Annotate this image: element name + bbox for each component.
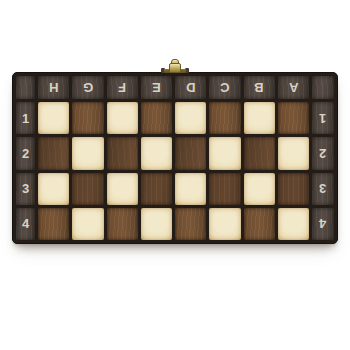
file-label-text: B	[254, 81, 263, 94]
file-label-text: D	[186, 81, 195, 94]
square-f4	[107, 208, 138, 240]
square-b1	[244, 102, 275, 134]
square-h2	[38, 137, 69, 169]
rank-label-text: 4	[319, 217, 326, 230]
rank-label-left-3: 3	[16, 173, 35, 205]
file-label-text: G	[83, 81, 93, 94]
rank-label-right-4: 4	[312, 208, 334, 240]
square-c4	[209, 208, 240, 240]
rank-label-right-2: 2	[312, 137, 334, 169]
square-c1	[209, 102, 240, 134]
file-label-g: G	[72, 76, 103, 99]
rank-label-left-2: 2	[16, 137, 35, 169]
square-g3	[72, 173, 103, 205]
rank-label-left-1: 1	[16, 102, 35, 134]
square-d2	[175, 137, 206, 169]
square-a4	[278, 208, 309, 240]
square-d4	[175, 208, 206, 240]
clasp-latch-plate	[169, 63, 181, 73]
file-label-b: B	[244, 76, 275, 99]
square-e1	[141, 102, 172, 134]
file-label-d: D	[175, 76, 206, 99]
rank-label-right-1: 1	[312, 102, 334, 134]
square-b2	[244, 137, 275, 169]
square-h4	[38, 208, 69, 240]
square-e3	[141, 173, 172, 205]
file-label-c: C	[209, 76, 240, 99]
file-label-text: C	[220, 81, 229, 94]
corner-cell-top-left	[16, 76, 35, 99]
square-h3	[38, 173, 69, 205]
rank-label-right-3: 3	[312, 173, 334, 205]
clasp-knob	[171, 59, 179, 64]
file-label-text: H	[49, 81, 58, 94]
square-g2	[72, 137, 103, 169]
square-f2	[107, 137, 138, 169]
square-d3	[175, 173, 206, 205]
square-a1	[278, 102, 309, 134]
square-b4	[244, 208, 275, 240]
square-e4	[141, 208, 172, 240]
square-e2	[141, 137, 172, 169]
square-d1	[175, 102, 206, 134]
brass-clasp	[167, 60, 183, 73]
rank-label-text: 2	[319, 147, 326, 160]
file-label-a: A	[278, 76, 309, 99]
rank-label-text: 4	[22, 217, 29, 230]
square-a3	[278, 173, 309, 205]
square-a2	[278, 137, 309, 169]
file-label-text: E	[152, 81, 161, 94]
square-h1	[38, 102, 69, 134]
file-label-e: E	[141, 76, 172, 99]
square-c2	[209, 137, 240, 169]
square-f3	[107, 173, 138, 205]
square-b3	[244, 173, 275, 205]
rank-label-left-4: 4	[16, 208, 35, 240]
file-label-text: F	[118, 81, 126, 94]
square-c3	[209, 173, 240, 205]
file-label-h: H	[38, 76, 69, 99]
corner-cell-top-right	[312, 76, 334, 99]
square-g1	[72, 102, 103, 134]
rank-label-text: 3	[319, 182, 326, 195]
square-g4	[72, 208, 103, 240]
square-f1	[107, 102, 138, 134]
rank-label-text: 3	[22, 182, 29, 195]
rank-label-text: 1	[22, 112, 29, 125]
chess-box-lid: HGFEDCBA11223344	[12, 72, 338, 244]
file-label-text: A	[289, 81, 298, 94]
product-photo-stage: HGFEDCBA11223344	[0, 0, 350, 350]
rank-label-text: 2	[22, 147, 29, 160]
file-label-f: F	[107, 76, 138, 99]
rank-label-text: 1	[319, 112, 326, 125]
